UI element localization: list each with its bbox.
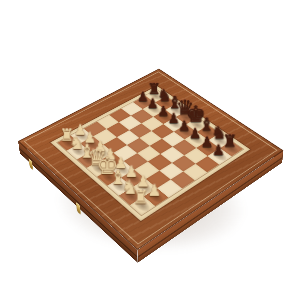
chess-piece-white-rook: ♜ [128,189,155,207]
board-square: ♜ [130,196,155,215]
board-square [170,171,195,188]
scene: ♜♞♝♛♚♝♞♜♟♟♟♟♟♟♟♟♟♟♟♟♟♟♟♟♜♞♝♛♚♝♞♜ [0,0,300,300]
board-square [196,156,220,172]
chess-piece-black-pawn: ♟ [206,143,231,157]
board-square [141,116,163,130]
chess-set-photo: ♜♞♝♛♚♝♞♜♟♟♟♟♟♟♟♟♟♟♟♟♟♟♟♟♜♞♝♛♚♝♞♜ [0,0,300,300]
chess-board: ♜♞♝♛♚♝♞♜♟♟♟♟♟♟♟♟♟♟♟♟♟♟♟♟♜♞♝♛♚♝♞♜ [20,80,282,263]
board-top-face: ♜♞♝♛♚♝♞♜♟♟♟♟♟♟♟♟♟♟♟♟♟♟♟♟♜♞♝♛♚♝♞♜ [18,69,283,250]
